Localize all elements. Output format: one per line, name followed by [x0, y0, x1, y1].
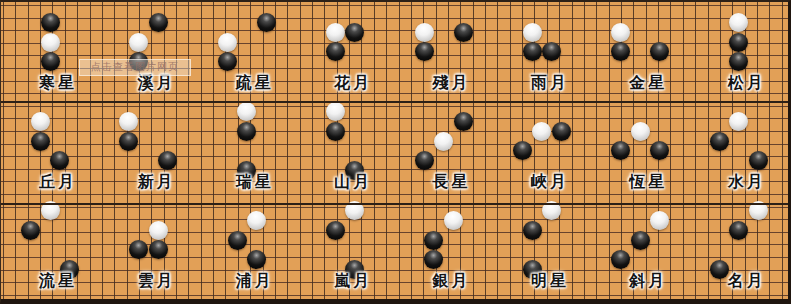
- white-stone: [415, 23, 434, 42]
- black-stone: [513, 141, 532, 160]
- black-stone: [228, 231, 247, 250]
- opening-diagram: 疏星: [198, 2, 296, 101]
- opening-name-label: 明星: [531, 271, 569, 292]
- black-stone: [710, 132, 729, 151]
- white-stone: [31, 112, 50, 131]
- black-stone: [523, 42, 542, 61]
- opening-diagram: 浦月: [198, 200, 296, 299]
- white-stone: [532, 122, 551, 141]
- opening-diagram: 斜月: [591, 200, 689, 299]
- black-stone: [50, 151, 69, 170]
- opening-diagram: 寒星: [1, 2, 99, 101]
- opening-diagram: 銀月: [395, 200, 493, 299]
- black-stone: [650, 141, 669, 160]
- white-stone: [218, 33, 237, 52]
- opening-diagram: 名月: [690, 200, 788, 299]
- black-stone: [345, 23, 364, 42]
- opening-name-label: 金星: [629, 73, 667, 94]
- opening-name-label: 雲月: [137, 271, 175, 292]
- black-stone: [41, 52, 60, 71]
- black-stone: [729, 221, 748, 240]
- opening-diagram: 溪月: [99, 2, 197, 101]
- opening-diagram: 新月: [99, 101, 197, 200]
- white-stone: [237, 102, 256, 121]
- white-stone: [149, 221, 168, 240]
- diagram-grid: 寒星溪月疏星花月殘月雨月金星松月丘月新月瑞星山月長星峽月恆星水月流星雲月浦月嵐月…: [1, 2, 788, 299]
- renju-openings-board: 寒星溪月疏星花月殘月雨月金星松月丘月新月瑞星山月長星峽月恆星水月流星雲月浦月嵐月…: [0, 0, 791, 304]
- row-divider: [1, 203, 788, 205]
- opening-diagram: 山月: [296, 101, 394, 200]
- opening-diagram: 丘月: [1, 101, 99, 200]
- opening-name-label: 名月: [728, 271, 766, 292]
- black-stone: [729, 52, 748, 71]
- opening-diagram: 松月: [690, 2, 788, 101]
- white-stone: [444, 211, 463, 230]
- black-stone: [454, 112, 473, 131]
- black-stone: [611, 42, 630, 61]
- black-stone: [542, 42, 561, 61]
- black-stone: [41, 13, 60, 32]
- black-stone: [424, 250, 443, 269]
- black-stone: [523, 221, 542, 240]
- black-stone: [149, 13, 168, 32]
- opening-name-label: 雨月: [531, 73, 569, 94]
- opening-name-label: 長星: [433, 172, 471, 193]
- opening-name-label: 浦月: [236, 271, 274, 292]
- black-stone: [650, 42, 669, 61]
- opening-name-label: 水月: [728, 172, 766, 193]
- black-stone: [326, 42, 345, 61]
- black-stone: [237, 122, 256, 141]
- white-stone: [650, 211, 669, 230]
- opening-diagram: 雨月: [493, 2, 591, 101]
- black-stone: [631, 231, 650, 250]
- opening-diagram: 嵐月: [296, 200, 394, 299]
- black-stone: [326, 122, 345, 141]
- black-stone: [247, 250, 266, 269]
- white-stone: [247, 211, 266, 230]
- opening-name-label: 疏星: [236, 73, 274, 94]
- opening-diagram: 雲月: [99, 200, 197, 299]
- opening-name-label: 松月: [728, 73, 766, 94]
- opening-name-label: 銀月: [433, 271, 471, 292]
- opening-name-label: 花月: [334, 73, 372, 94]
- opening-diagram: 花月: [296, 2, 394, 101]
- black-stone: [257, 13, 276, 32]
- opening-diagram: 長星: [395, 101, 493, 200]
- black-stone: [454, 23, 473, 42]
- black-stone: [611, 250, 630, 269]
- opening-name-label: 瑞星: [236, 172, 274, 193]
- black-stone: [424, 231, 443, 250]
- black-stone: [415, 42, 434, 61]
- watermark-link[interactable]: 点击查看图片网页: [79, 59, 191, 76]
- opening-diagram: 明星: [493, 200, 591, 299]
- white-stone: [631, 122, 650, 141]
- opening-name-label: 寒星: [39, 73, 77, 94]
- black-stone: [21, 221, 40, 240]
- white-stone: [729, 13, 748, 32]
- white-stone: [41, 33, 60, 52]
- white-stone: [611, 23, 630, 42]
- opening-diagram: 峽月: [493, 101, 591, 200]
- opening-diagram: 水月: [690, 101, 788, 200]
- white-stone: [119, 112, 138, 131]
- opening-name-label: 殘月: [433, 73, 471, 94]
- black-stone: [729, 33, 748, 52]
- opening-diagram: 殘月: [395, 2, 493, 101]
- black-stone: [149, 240, 168, 259]
- opening-name-label: 峽月: [531, 172, 569, 193]
- opening-name-label: 嵐月: [334, 271, 372, 292]
- opening-diagram: 恆星: [591, 101, 689, 200]
- opening-name-label: 新月: [137, 172, 175, 193]
- black-stone: [31, 132, 50, 151]
- opening-name-label: 溪月: [137, 73, 175, 94]
- black-stone: [710, 260, 729, 279]
- white-stone: [729, 112, 748, 131]
- row-divider: [1, 101, 788, 103]
- black-stone: [552, 122, 571, 141]
- white-stone: [326, 23, 345, 42]
- black-stone: [158, 151, 177, 170]
- opening-diagram: 流星: [1, 200, 99, 299]
- black-stone: [415, 151, 434, 170]
- white-stone: [523, 23, 542, 42]
- white-stone: [326, 102, 345, 121]
- white-stone: [129, 33, 148, 52]
- opening-name-label: 斜月: [629, 271, 667, 292]
- opening-name-label: 山月: [334, 172, 372, 193]
- white-stone: [434, 132, 453, 151]
- black-stone: [218, 52, 237, 71]
- black-stone: [611, 141, 630, 160]
- opening-name-label: 丘月: [39, 172, 77, 193]
- opening-diagram: 金星: [591, 2, 689, 101]
- opening-name-label: 恆星: [629, 172, 667, 193]
- black-stone: [326, 221, 345, 240]
- opening-diagram: 瑞星: [198, 101, 296, 200]
- black-stone: [129, 240, 148, 259]
- opening-name-label: 流星: [39, 271, 77, 292]
- black-stone: [749, 151, 768, 170]
- black-stone: [119, 132, 138, 151]
